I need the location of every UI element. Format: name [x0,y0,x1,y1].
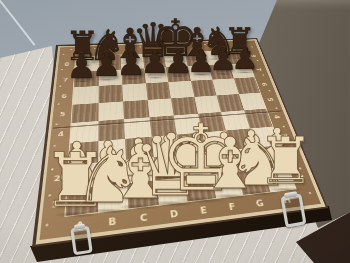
brass-pin [262,74,265,76]
square-h7 [229,63,254,78]
brass-pin [45,223,49,226]
square-d3 [151,134,180,157]
square-d8 [142,53,165,68]
brass-pin [275,107,278,109]
square-c5 [123,100,149,119]
brass-pin [60,69,63,71]
files-bottom-e: E [188,202,219,219]
brass-pin [290,146,293,148]
photo-scene: 87654321 87654321 ABCDEFGH ♜♞♝♛♚♝♞♜♟♟♟♟♟… [0,0,350,263]
square-e7 [166,66,191,82]
square-d5 [147,98,173,117]
square-d2 [153,155,183,180]
square-a3 [69,141,98,165]
brass-pin [139,46,141,47]
square-a5 [71,103,98,123]
square-c3 [125,136,153,159]
square-h3 [249,126,279,147]
brass-pin [53,145,56,147]
square-h6 [233,77,259,94]
brass-pin [62,53,64,54]
files-bottom-f: F [217,199,248,215]
brass-pin [55,123,58,125]
brass-pin [251,46,253,47]
brass-pin [161,45,163,46]
brass-pin [59,85,62,87]
brass-pin [70,49,72,50]
square-b7 [98,69,122,86]
square-h8 [225,50,249,64]
brass-pin [268,90,271,92]
brass-pin [94,48,96,49]
square-e8 [164,52,188,67]
square-h5 [238,92,266,110]
square-h2 [256,145,288,168]
square-b5 [98,101,124,121]
square-a8 [75,56,99,72]
brass-pin [225,43,227,44]
files-bottom-g: G [245,196,276,212]
files-bottom-c: C [128,209,160,226]
square-a1 [65,186,97,216]
brass-pin [117,47,119,48]
files-bottom-d: D [159,206,191,223]
square-d6 [145,82,170,100]
square-d7 [144,67,168,83]
square-b6 [98,85,123,103]
brass-pin [282,125,285,127]
square-a6 [73,86,99,104]
square-c6 [122,83,147,101]
square-b8 [98,55,121,70]
square-a2 [67,162,98,189]
clasp-latch-left [70,226,93,255]
square-c7 [121,68,145,84]
square-c1 [127,180,158,209]
brass-pin [183,44,185,45]
ranks-left-3: 3 [51,144,66,168]
files-bottom-b: B [96,213,128,231]
square-b2 [98,160,127,186]
brass-pin [204,44,206,45]
square-c8 [121,54,144,69]
square-c2 [126,157,156,183]
square-b1 [97,183,128,212]
brass-pin [50,168,53,171]
square-e6 [168,81,194,98]
brass-pin [308,191,311,194]
brass-pin [256,60,258,61]
ranks-left-5: 5 [56,105,70,125]
square-d1 [156,177,188,205]
square-a7 [74,70,99,87]
brass-pin [245,42,247,43]
square-b3 [98,139,126,163]
